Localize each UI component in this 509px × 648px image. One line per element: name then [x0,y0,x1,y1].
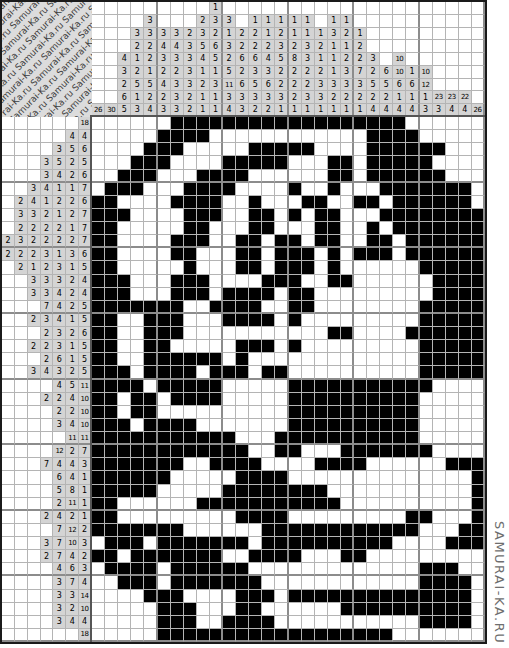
grid-cell-filled[interactable] [92,261,105,274]
grid-cell-empty[interactable] [380,301,393,314]
grid-cell-empty[interactable] [380,616,393,629]
grid-cell-empty[interactable] [92,537,105,550]
grid-cell-filled[interactable] [236,248,249,261]
grid-cell-filled[interactable] [289,380,302,393]
grid-cell-filled[interactable] [472,327,485,340]
grid-cell-empty[interactable] [315,563,328,576]
grid-cell-filled[interactable] [393,130,406,143]
grid-cell-empty[interactable] [459,393,472,406]
grid-cell-empty[interactable] [315,248,328,261]
grid-cell-empty[interactable] [380,314,393,327]
grid-cell-empty[interactable] [446,143,459,156]
grid-cell-empty[interactable] [289,471,302,484]
grid-cell-empty[interactable] [236,222,249,235]
grid-cell-filled[interactable] [210,393,223,406]
grid-cell-filled[interactable] [302,485,315,498]
grid-cell-empty[interactable] [393,616,406,629]
grid-cell-empty[interactable] [210,288,223,301]
grid-cell-filled[interactable] [249,471,262,484]
grid-cell-empty[interactable] [131,288,144,301]
grid-cell-filled[interactable] [184,248,197,261]
grid-cell-filled[interactable] [406,222,419,235]
grid-cell-filled[interactable] [459,603,472,616]
grid-cell-empty[interactable] [315,314,328,327]
grid-cell-empty[interactable] [406,485,419,498]
grid-cell-filled[interactable] [105,458,118,471]
grid-cell-filled[interactable] [446,563,459,576]
grid-cell-filled[interactable] [315,196,328,209]
grid-cell-filled[interactable] [433,288,446,301]
grid-cell-filled[interactable] [367,432,380,445]
grid-cell-filled[interactable] [289,288,302,301]
grid-cell-filled[interactable] [315,537,328,550]
grid-cell-empty[interactable] [262,458,275,471]
grid-cell-empty[interactable] [328,603,341,616]
grid-cell-empty[interactable] [328,616,341,629]
grid-cell-empty[interactable] [262,445,275,458]
grid-cell-empty[interactable] [393,340,406,353]
grid-cell-empty[interactable] [223,406,236,419]
grid-cell-empty[interactable] [420,485,433,498]
grid-cell-empty[interactable] [459,380,472,393]
grid-cell-filled[interactable] [275,537,288,550]
grid-cell-empty[interactable] [302,603,315,616]
grid-cell-empty[interactable] [367,288,380,301]
grid-cell-empty[interactable] [92,616,105,629]
grid-cell-empty[interactable] [262,301,275,314]
grid-cell-empty[interactable] [223,130,236,143]
grid-cell-filled[interactable] [328,261,341,274]
grid-cell-filled[interactable] [472,261,485,274]
grid-cell-empty[interactable] [236,327,249,340]
grid-cell-filled[interactable] [92,511,105,524]
grid-cell-empty[interactable] [118,117,131,130]
grid-cell-empty[interactable] [223,419,236,432]
grid-cell-filled[interactable] [223,537,236,550]
grid-cell-empty[interactable] [406,616,419,629]
grid-cell-filled[interactable] [144,524,157,537]
grid-cell-filled[interactable] [92,222,105,235]
grid-cell-filled[interactable] [236,445,249,458]
grid-cell-empty[interactable] [341,261,354,274]
grid-cell-empty[interactable] [118,340,131,353]
grid-cell-filled[interactable] [236,576,249,589]
grid-cell-filled[interactable] [223,616,236,629]
grid-cell-filled[interactable] [420,248,433,261]
grid-cell-filled[interactable] [184,629,197,642]
grid-cell-empty[interactable] [420,432,433,445]
grid-cell-filled[interactable] [275,629,288,642]
grid-cell-filled[interactable] [249,288,262,301]
grid-cell-empty[interactable] [118,130,131,143]
grid-cell-empty[interactable] [406,117,419,130]
grid-cell-empty[interactable] [210,156,223,169]
grid-cell-filled[interactable] [144,340,157,353]
grid-cell-empty[interactable] [184,471,197,484]
grid-cell-filled[interactable] [210,458,223,471]
grid-cell-empty[interactable] [315,550,328,563]
grid-cell-filled[interactable] [171,275,184,288]
grid-cell-filled[interactable] [420,183,433,196]
grid-cell-filled[interactable] [328,248,341,261]
grid-cell-empty[interactable] [105,576,118,589]
grid-cell-empty[interactable] [472,156,485,169]
grid-cell-filled[interactable] [354,603,367,616]
grid-cell-empty[interactable] [328,143,341,156]
grid-cell-empty[interactable] [380,366,393,379]
grid-cell-filled[interactable] [289,248,302,261]
grid-cell-empty[interactable] [354,616,367,629]
grid-cell-filled[interactable] [171,616,184,629]
grid-cell-empty[interactable] [197,419,210,432]
grid-cell-empty[interactable] [354,301,367,314]
grid-cell-filled[interactable] [171,353,184,366]
grid-cell-filled[interactable] [315,629,328,642]
grid-cell-filled[interactable] [92,406,105,419]
grid-cell-filled[interactable] [380,406,393,419]
grid-cell-empty[interactable] [459,511,472,524]
grid-cell-filled[interactable] [302,524,315,537]
grid-cell-empty[interactable] [302,314,315,327]
grid-cell-empty[interactable] [328,288,341,301]
grid-cell-empty[interactable] [472,130,485,143]
grid-cell-empty[interactable] [446,524,459,537]
grid-cell-filled[interactable] [171,393,184,406]
grid-cell-empty[interactable] [184,498,197,511]
grid-cell-filled[interactable] [406,130,419,143]
grid-cell-empty[interactable] [380,288,393,301]
grid-cell-empty[interactable] [197,590,210,603]
grid-cell-empty[interactable] [341,288,354,301]
grid-cell-empty[interactable] [472,432,485,445]
grid-cell-empty[interactable] [433,629,446,642]
grid-cell-filled[interactable] [171,576,184,589]
grid-cell-empty[interactable] [367,301,380,314]
grid-cell-filled[interactable] [144,550,157,563]
grid-cell-filled[interactable] [262,471,275,484]
grid-cell-filled[interactable] [472,524,485,537]
grid-cell-empty[interactable] [393,498,406,511]
grid-cell-empty[interactable] [105,170,118,183]
grid-cell-filled[interactable] [184,183,197,196]
grid-cell-empty[interactable] [367,458,380,471]
grid-cell-filled[interactable] [380,603,393,616]
grid-cell-empty[interactable] [380,340,393,353]
grid-cell-filled[interactable] [105,183,118,196]
grid-cell-empty[interactable] [354,183,367,196]
grid-cell-empty[interactable] [406,537,419,550]
grid-cell-empty[interactable] [105,616,118,629]
grid-cell-empty[interactable] [158,485,171,498]
grid-cell-filled[interactable] [393,419,406,432]
grid-cell-filled[interactable] [406,393,419,406]
grid-cell-filled[interactable] [302,432,315,445]
grid-cell-filled[interactable] [315,458,328,471]
grid-cell-empty[interactable] [406,261,419,274]
grid-cell-filled[interactable] [446,261,459,274]
grid-cell-empty[interactable] [289,222,302,235]
grid-cell-empty[interactable] [302,222,315,235]
grid-cell-filled[interactable] [144,406,157,419]
grid-cell-empty[interactable] [262,380,275,393]
grid-cell-filled[interactable] [236,458,249,471]
grid-cell-empty[interactable] [472,563,485,576]
grid-cell-filled[interactable] [328,406,341,419]
grid-cell-filled[interactable] [184,261,197,274]
grid-cell-empty[interactable] [249,366,262,379]
grid-cell-empty[interactable] [131,314,144,327]
grid-cell-empty[interactable] [144,130,157,143]
grid-cell-empty[interactable] [367,340,380,353]
grid-cell-filled[interactable] [197,209,210,222]
grid-cell-filled[interactable] [249,485,262,498]
grid-cell-filled[interactable] [289,340,302,353]
grid-cell-empty[interactable] [223,222,236,235]
grid-cell-filled[interactable] [131,301,144,314]
grid-cell-empty[interactable] [420,419,433,432]
grid-cell-empty[interactable] [118,616,131,629]
grid-cell-empty[interactable] [144,511,157,524]
grid-cell-empty[interactable] [144,498,157,511]
grid-cell-filled[interactable] [92,445,105,458]
grid-cell-filled[interactable] [459,366,472,379]
grid-cell-filled[interactable] [197,380,210,393]
grid-cell-filled[interactable] [315,524,328,537]
grid-cell-empty[interactable] [367,183,380,196]
grid-cell-filled[interactable] [158,419,171,432]
grid-cell-empty[interactable] [118,498,131,511]
grid-cell-empty[interactable] [446,380,459,393]
grid-cell-filled[interactable] [184,537,197,550]
grid-cell-empty[interactable] [158,261,171,274]
grid-cell-empty[interactable] [354,143,367,156]
grid-cell-filled[interactable] [275,471,288,484]
grid-cell-filled[interactable] [171,366,184,379]
grid-cell-empty[interactable] [289,563,302,576]
grid-cell-filled[interactable] [262,498,275,511]
grid-cell-filled[interactable] [197,432,210,445]
grid-cell-filled[interactable] [236,314,249,327]
grid-cell-empty[interactable] [380,485,393,498]
grid-cell-filled[interactable] [131,537,144,550]
grid-cell-filled[interactable] [171,419,184,432]
grid-cell-filled[interactable] [472,471,485,484]
grid-cell-empty[interactable] [393,537,406,550]
grid-cell-empty[interactable] [262,432,275,445]
grid-cell-filled[interactable] [105,485,118,498]
grid-cell-filled[interactable] [144,419,157,432]
grid-cell-filled[interactable] [433,183,446,196]
grid-cell-empty[interactable] [236,143,249,156]
grid-cell-filled[interactable] [197,563,210,576]
grid-cell-empty[interactable] [328,511,341,524]
grid-cell-empty[interactable] [92,590,105,603]
grid-cell-empty[interactable] [262,130,275,143]
grid-cell-empty[interactable] [275,353,288,366]
grid-cell-empty[interactable] [446,406,459,419]
grid-cell-filled[interactable] [262,524,275,537]
grid-cell-empty[interactable] [158,511,171,524]
grid-cell-empty[interactable] [171,209,184,222]
grid-cell-filled[interactable] [354,445,367,458]
grid-cell-empty[interactable] [236,209,249,222]
grid-cell-filled[interactable] [210,170,223,183]
grid-cell-empty[interactable] [262,248,275,261]
grid-cell-filled[interactable] [433,563,446,576]
grid-cell-empty[interactable] [236,380,249,393]
grid-cell-filled[interactable] [92,275,105,288]
grid-cell-filled[interactable] [118,366,131,379]
grid-cell-empty[interactable] [459,485,472,498]
grid-cell-empty[interactable] [158,222,171,235]
grid-cell-empty[interactable] [249,327,262,340]
grid-cell-empty[interactable] [92,629,105,642]
grid-cell-filled[interactable] [236,353,249,366]
grid-cell-empty[interactable] [249,406,262,419]
grid-cell-filled[interactable] [223,170,236,183]
grid-cell-filled[interactable] [236,629,249,642]
grid-cell-empty[interactable] [236,432,249,445]
grid-cell-empty[interactable] [433,380,446,393]
grid-cell-filled[interactable] [144,485,157,498]
grid-cell-filled[interactable] [171,629,184,642]
grid-cell-filled[interactable] [406,196,419,209]
grid-cell-empty[interactable] [472,196,485,209]
grid-cell-empty[interactable] [341,183,354,196]
grid-cell-filled[interactable] [380,143,393,156]
grid-cell-filled[interactable] [131,432,144,445]
grid-cell-empty[interactable] [210,471,223,484]
grid-cell-filled[interactable] [459,222,472,235]
grid-cell-empty[interactable] [131,209,144,222]
grid-cell-empty[interactable] [420,629,433,642]
grid-cell-filled[interactable] [315,419,328,432]
grid-cell-filled[interactable] [92,393,105,406]
grid-cell-empty[interactable] [118,327,131,340]
grid-cell-empty[interactable] [367,353,380,366]
grid-cell-filled[interactable] [171,327,184,340]
grid-cell-filled[interactable] [236,301,249,314]
grid-cell-filled[interactable] [367,445,380,458]
grid-cell-empty[interactable] [367,563,380,576]
grid-cell-filled[interactable] [210,445,223,458]
grid-cell-filled[interactable] [354,524,367,537]
grid-cell-filled[interactable] [92,353,105,366]
grid-cell-empty[interactable] [406,550,419,563]
grid-cell-filled[interactable] [380,235,393,248]
grid-cell-filled[interactable] [118,524,131,537]
grid-cell-empty[interactable] [289,603,302,616]
grid-cell-empty[interactable] [420,498,433,511]
grid-cell-filled[interactable] [472,498,485,511]
grid-cell-filled[interactable] [105,380,118,393]
grid-cell-empty[interactable] [315,471,328,484]
grid-cell-empty[interactable] [380,196,393,209]
grid-cell-filled[interactable] [144,576,157,589]
grid-cell-empty[interactable] [341,511,354,524]
grid-cell-filled[interactable] [105,537,118,550]
grid-cell-filled[interactable] [118,170,131,183]
grid-cell-filled[interactable] [433,590,446,603]
grid-cell-filled[interactable] [433,235,446,248]
grid-cell-filled[interactable] [144,301,157,314]
grid-cell-filled[interactable] [197,288,210,301]
grid-cell-empty[interactable] [302,550,315,563]
grid-cell-filled[interactable] [171,563,184,576]
grid-cell-empty[interactable] [420,550,433,563]
grid-cell-empty[interactable] [446,445,459,458]
grid-cell-filled[interactable] [393,432,406,445]
grid-cell-filled[interactable] [472,235,485,248]
grid-cell-filled[interactable] [144,353,157,366]
grid-cell-empty[interactable] [144,261,157,274]
grid-cell-filled[interactable] [354,590,367,603]
grid-cell-filled[interactable] [158,340,171,353]
grid-cell-filled[interactable] [171,445,184,458]
grid-cell-empty[interactable] [210,235,223,248]
grid-cell-empty[interactable] [144,537,157,550]
grid-cell-empty[interactable] [472,380,485,393]
grid-cell-empty[interactable] [354,327,367,340]
grid-cell-empty[interactable] [302,170,315,183]
grid-cell-filled[interactable] [210,629,223,642]
grid-cell-filled[interactable] [262,550,275,563]
grid-cell-filled[interactable] [446,288,459,301]
grid-cell-filled[interactable] [262,616,275,629]
grid-cell-filled[interactable] [446,183,459,196]
grid-cell-empty[interactable] [275,590,288,603]
grid-cell-filled[interactable] [433,143,446,156]
grid-cell-empty[interactable] [302,563,315,576]
grid-cell-filled[interactable] [92,471,105,484]
grid-cell-filled[interactable] [131,393,144,406]
grid-cell-filled[interactable] [262,537,275,550]
grid-cell-empty[interactable] [354,235,367,248]
grid-cell-filled[interactable] [341,327,354,340]
grid-cell-empty[interactable] [367,327,380,340]
grid-cell-empty[interactable] [184,485,197,498]
grid-cell-filled[interactable] [367,156,380,169]
grid-cell-empty[interactable] [459,170,472,183]
grid-cell-empty[interactable] [223,327,236,340]
grid-cell-filled[interactable] [210,563,223,576]
grid-cell-empty[interactable] [380,353,393,366]
grid-cell-filled[interactable] [302,143,315,156]
grid-cell-filled[interactable] [249,209,262,222]
grid-cell-filled[interactable] [197,222,210,235]
grid-cell-filled[interactable] [131,524,144,537]
grid-cell-filled[interactable] [315,393,328,406]
grid-cell-empty[interactable] [197,248,210,261]
grid-cell-filled[interactable] [158,301,171,314]
grid-cell-filled[interactable] [210,498,223,511]
grid-cell-empty[interactable] [393,301,406,314]
grid-cell-filled[interactable] [406,248,419,261]
grid-cell-filled[interactable] [236,616,249,629]
grid-cell-filled[interactable] [197,196,210,209]
grid-cell-filled[interactable] [302,196,315,209]
grid-cell-filled[interactable] [249,498,262,511]
grid-cell-filled[interactable] [341,117,354,130]
grid-cell-filled[interactable] [275,261,288,274]
grid-cell-empty[interactable] [354,366,367,379]
grid-cell-empty[interactable] [210,143,223,156]
grid-cell-filled[interactable] [223,445,236,458]
grid-cell-filled[interactable] [236,170,249,183]
grid-cell-filled[interactable] [184,603,197,616]
grid-cell-filled[interactable] [275,156,288,169]
grid-cell-filled[interactable] [197,445,210,458]
